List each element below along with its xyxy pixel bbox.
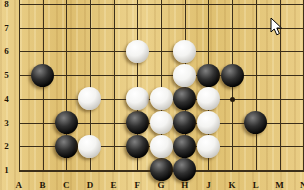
col-label-E: E (107, 180, 121, 190)
stone-white-j3[interactable] (197, 111, 220, 134)
stone-white-f4[interactable] (126, 87, 149, 110)
col-label-K: K (225, 180, 239, 190)
stone-white-g4[interactable] (150, 87, 173, 110)
col-label-N: N (296, 180, 304, 190)
col-label-J: J (201, 180, 215, 190)
stone-black-g1[interactable] (150, 158, 173, 181)
stone-black-j5[interactable] (197, 64, 220, 87)
stone-black-b5[interactable] (31, 64, 54, 87)
stone-white-g3[interactable] (150, 111, 173, 134)
mouse-cursor-icon (270, 17, 283, 36)
col-label-F: F (130, 180, 144, 190)
stone-black-h3[interactable] (173, 111, 196, 134)
star-point-k4 (230, 97, 235, 102)
col-label-C: C (59, 180, 73, 190)
row-label-5: 5 (0, 70, 13, 80)
col-label-G: G (154, 180, 168, 190)
stone-black-k5[interactable] (221, 64, 244, 87)
grid-line-row-7 (19, 28, 304, 29)
col-label-A: A (12, 180, 26, 190)
stone-white-g2[interactable] (150, 135, 173, 158)
col-label-H: H (178, 180, 192, 190)
col-label-D: D (83, 180, 97, 190)
stone-white-d2[interactable] (78, 135, 101, 158)
stone-black-f3[interactable] (126, 111, 149, 134)
row-label-2: 2 (0, 141, 13, 151)
col-label-B: B (36, 180, 50, 190)
row-label-7: 7 (0, 23, 13, 33)
stone-black-c3[interactable] (55, 111, 78, 134)
stone-black-c2[interactable] (55, 135, 78, 158)
stone-white-d4[interactable] (78, 87, 101, 110)
grid-line-row-6 (19, 51, 304, 52)
stone-white-j2[interactable] (197, 135, 220, 158)
row-label-3: 3 (0, 118, 13, 128)
stone-black-f2[interactable] (126, 135, 149, 158)
go-board[interactable]: 87654321ABCDEFGHJKLMN (0, 0, 304, 190)
row-label-8: 8 (0, 0, 13, 9)
stone-black-h1[interactable] (173, 158, 196, 181)
row-label-4: 4 (0, 94, 13, 104)
grid-line-row-8 (19, 4, 304, 5)
col-label-M: M (273, 180, 287, 190)
screenshot-frame: 87654321ABCDEFGHJKLMN (0, 0, 304, 190)
stone-white-j4[interactable] (197, 87, 220, 110)
row-label-6: 6 (0, 46, 13, 56)
row-label-1: 1 (0, 165, 13, 175)
stone-black-h2[interactable] (173, 135, 196, 158)
grid-line-row-5 (19, 75, 304, 76)
stone-black-h4[interactable] (173, 87, 196, 110)
col-label-L: L (249, 180, 263, 190)
stone-white-f6[interactable] (126, 40, 149, 63)
stone-white-h5[interactable] (173, 64, 196, 87)
stone-black-l3[interactable] (244, 111, 267, 134)
stone-white-h6[interactable] (173, 40, 196, 63)
